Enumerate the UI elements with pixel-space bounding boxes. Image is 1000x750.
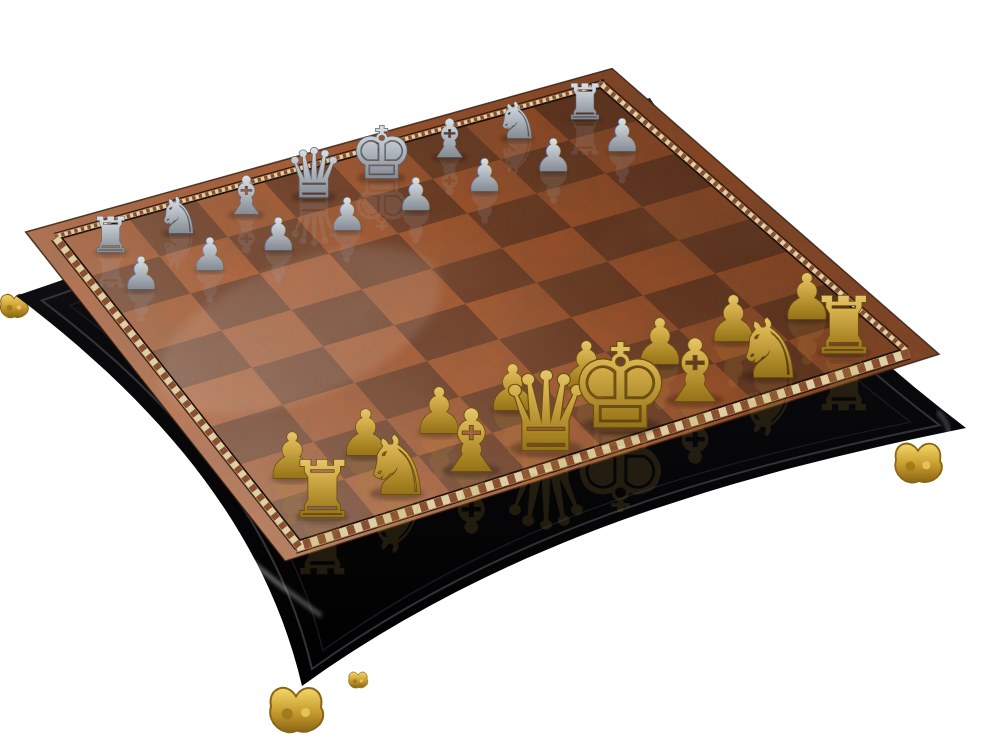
piece-glyph: ♝: [657, 322, 734, 421]
foot-detail: [353, 679, 357, 683]
foot-detail: [17, 305, 22, 310]
piece-glyph: ♜: [287, 444, 357, 535]
foot-detail: [922, 461, 930, 469]
piece-glyph: ♜: [563, 74, 606, 130]
foot-scroll: [270, 688, 323, 732]
piece-black-silver-pawn-f7: ♟♟: [464, 150, 504, 232]
piece-glyph: ♟: [464, 150, 504, 202]
piece-black-silver-pawn-g7: ♟♟: [533, 130, 573, 212]
piece-glyph: ♟: [258, 209, 298, 261]
piece-black-silver-pawn-d7: ♟♟: [327, 189, 367, 271]
foot-detail: [7, 305, 13, 311]
piece-glyph: ♜: [809, 280, 879, 371]
piece-glyph: ♟: [533, 130, 573, 182]
piece-white-gold-rook-a1: ♜♜: [287, 444, 357, 590]
oil-themed-chess-set-photo: ♜♜♞♞♝♝♛♛♚♚♝♝♞♞♜♜♟♟♟♟♟♟♟♟♟♟♟♟♟♟♟♟♟♟♟♟♟♟♟♟…: [0, 0, 1000, 750]
piece-black-silver-pawn-c7: ♟♟: [258, 209, 298, 291]
gold-foot-right: [895, 444, 942, 483]
piece-glyph: ♞: [733, 302, 805, 396]
gold-foot-bottom: [270, 688, 323, 732]
piece-black-silver-pawn-a7: ♟♟: [121, 248, 161, 330]
foot-scroll: [349, 672, 368, 688]
piece-white-gold-knight-b1: ♞♞: [361, 419, 433, 569]
piece-glyph: ♟: [121, 248, 161, 300]
piece-white-gold-rook-h1: ♜♜: [809, 280, 879, 426]
piece-white-gold-bishop-f1: ♝♝: [657, 322, 734, 480]
foot-scroll: [895, 444, 942, 483]
piece-glyph: ♟: [602, 110, 642, 162]
gold-foot-bottom-toe: [349, 672, 368, 688]
piece-black-silver-pawn-h7: ♟♟: [602, 110, 642, 192]
piece-glyph: ♟: [327, 189, 367, 241]
piece-black-silver-pawn-e7: ♟♟: [396, 169, 436, 251]
product-photo-scene: ♜♜♞♞♝♝♛♛♚♚♝♝♞♞♜♜♟♟♟♟♟♟♟♟♟♟♟♟♟♟♟♟♟♟♟♟♟♟♟♟…: [0, 0, 1000, 750]
foot-detail: [360, 679, 363, 682]
foot-detail: [301, 708, 310, 717]
piece-glyph: ♟: [396, 169, 436, 221]
foot-detail: [282, 708, 293, 719]
piece-glyph: ♟: [190, 229, 230, 281]
piece-black-silver-pawn-b7: ♟♟: [190, 229, 230, 311]
piece-white-gold-knight-g1: ♞♞: [733, 302, 805, 452]
foot-detail: [905, 461, 915, 471]
piece-glyph: ♞: [361, 419, 433, 513]
